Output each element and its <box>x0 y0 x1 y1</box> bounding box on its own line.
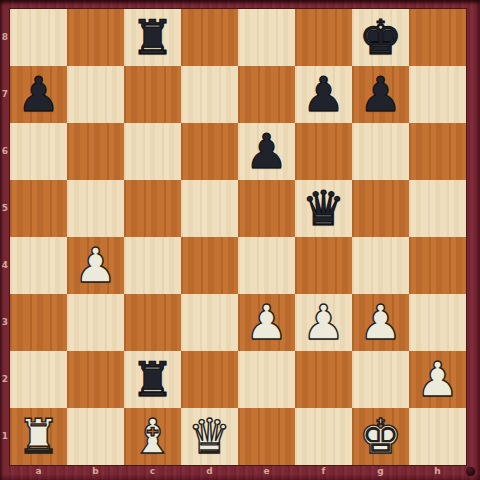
side-to-move-indicator <box>466 467 475 476</box>
square-h4[interactable] <box>409 237 466 294</box>
square-f6[interactable] <box>295 123 352 180</box>
square-c8[interactable]: ♜ <box>124 9 181 66</box>
square-b8[interactable] <box>67 9 124 66</box>
square-b6[interactable] <box>67 123 124 180</box>
square-g4[interactable] <box>352 237 409 294</box>
square-g7[interactable]: ♟ <box>352 66 409 123</box>
square-a1[interactable]: ♜ <box>10 408 67 465</box>
square-e6[interactable]: ♟ <box>238 123 295 180</box>
square-h5[interactable] <box>409 180 466 237</box>
file-label-b: b <box>67 465 124 480</box>
square-f2[interactable] <box>295 351 352 408</box>
square-d5[interactable] <box>181 180 238 237</box>
square-d1[interactable]: ♛ <box>181 408 238 465</box>
square-e4[interactable] <box>238 237 295 294</box>
piece-white-pawn[interactable]: ♟ <box>352 294 409 351</box>
piece-black-pawn[interactable]: ♟ <box>10 66 67 123</box>
piece-white-pawn[interactable]: ♟ <box>67 237 124 294</box>
piece-black-pawn[interactable]: ♟ <box>352 66 409 123</box>
square-c6[interactable] <box>124 123 181 180</box>
square-e2[interactable] <box>238 351 295 408</box>
square-b7[interactable] <box>67 66 124 123</box>
piece-black-pawn[interactable]: ♟ <box>295 66 352 123</box>
square-a3[interactable] <box>10 294 67 351</box>
square-b3[interactable] <box>67 294 124 351</box>
file-label-d: d <box>181 465 238 480</box>
file-label-h: h <box>409 465 466 480</box>
square-a8[interactable] <box>10 9 67 66</box>
rank-label-4: 4 <box>0 237 10 294</box>
rank-label-8: 8 <box>0 9 10 66</box>
square-f4[interactable] <box>295 237 352 294</box>
square-d2[interactable] <box>181 351 238 408</box>
piece-black-rook[interactable]: ♜ <box>124 351 181 408</box>
square-b2[interactable] <box>67 351 124 408</box>
square-d7[interactable] <box>181 66 238 123</box>
piece-black-pawn[interactable]: ♟ <box>238 123 295 180</box>
piece-white-bishop[interactable]: ♝ <box>124 408 181 465</box>
square-d3[interactable] <box>181 294 238 351</box>
square-g6[interactable] <box>352 123 409 180</box>
square-b4[interactable]: ♟ <box>67 237 124 294</box>
rank-label-3: 3 <box>0 294 10 351</box>
piece-white-queen[interactable]: ♛ <box>181 408 238 465</box>
piece-black-king[interactable]: ♚ <box>352 9 409 66</box>
square-g1[interactable]: ♚ <box>352 408 409 465</box>
file-label-e: e <box>238 465 295 480</box>
piece-white-pawn[interactable]: ♟ <box>295 294 352 351</box>
square-c4[interactable] <box>124 237 181 294</box>
square-c2[interactable]: ♜ <box>124 351 181 408</box>
piece-black-rook[interactable]: ♜ <box>124 9 181 66</box>
square-c5[interactable] <box>124 180 181 237</box>
rank-label-7: 7 <box>0 66 10 123</box>
square-c3[interactable] <box>124 294 181 351</box>
rank-label-2: 2 <box>0 351 10 408</box>
square-g8[interactable]: ♚ <box>352 9 409 66</box>
square-e3[interactable]: ♟ <box>238 294 295 351</box>
rank-label-5: 5 <box>0 180 10 237</box>
square-b1[interactable] <box>67 408 124 465</box>
square-h3[interactable] <box>409 294 466 351</box>
square-f1[interactable] <box>295 408 352 465</box>
square-h2[interactable]: ♟ <box>409 351 466 408</box>
square-f8[interactable] <box>295 9 352 66</box>
square-c7[interactable] <box>124 66 181 123</box>
square-e1[interactable] <box>238 408 295 465</box>
square-h8[interactable] <box>409 9 466 66</box>
square-f7[interactable]: ♟ <box>295 66 352 123</box>
square-a7[interactable]: ♟ <box>10 66 67 123</box>
rank-label-6: 6 <box>0 123 10 180</box>
square-a5[interactable] <box>10 180 67 237</box>
file-label-c: c <box>124 465 181 480</box>
square-h7[interactable] <box>409 66 466 123</box>
square-h6[interactable] <box>409 123 466 180</box>
square-f5[interactable]: ♛ <box>295 180 352 237</box>
piece-white-pawn[interactable]: ♟ <box>409 351 466 408</box>
square-e5[interactable] <box>238 180 295 237</box>
file-label-g: g <box>352 465 409 480</box>
file-labels: abcdefgh <box>10 465 466 480</box>
piece-white-king[interactable]: ♚ <box>352 408 409 465</box>
chess-board: ♜♚♟♟♟♟♛♟♟♟♟♜♟♜♝♛♚ <box>10 9 466 465</box>
square-e7[interactable] <box>238 66 295 123</box>
rank-label-1: 1 <box>0 408 10 465</box>
square-h1[interactable] <box>409 408 466 465</box>
piece-white-pawn[interactable]: ♟ <box>238 294 295 351</box>
piece-white-rook[interactable]: ♜ <box>10 408 67 465</box>
square-a6[interactable] <box>10 123 67 180</box>
square-f3[interactable]: ♟ <box>295 294 352 351</box>
board-frame: ♜♚♟♟♟♟♛♟♟♟♟♜♟♜♝♛♚ 87654321 abcdefgh <box>0 0 480 480</box>
square-a4[interactable] <box>10 237 67 294</box>
square-d4[interactable] <box>181 237 238 294</box>
file-label-f: f <box>295 465 352 480</box>
file-label-a: a <box>10 465 67 480</box>
square-g5[interactable] <box>352 180 409 237</box>
square-a2[interactable] <box>10 351 67 408</box>
rank-labels: 87654321 <box>0 9 10 465</box>
square-g2[interactable] <box>352 351 409 408</box>
square-g3[interactable]: ♟ <box>352 294 409 351</box>
square-e8[interactable] <box>238 9 295 66</box>
square-d6[interactable] <box>181 123 238 180</box>
square-d8[interactable] <box>181 9 238 66</box>
square-c1[interactable]: ♝ <box>124 408 181 465</box>
square-b5[interactable] <box>67 180 124 237</box>
piece-black-queen[interactable]: ♛ <box>295 180 352 237</box>
